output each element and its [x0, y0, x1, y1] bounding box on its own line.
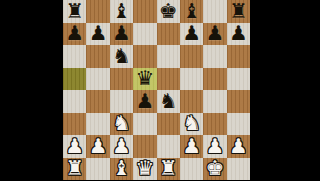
square-c1[interactable]: ♝ [110, 158, 133, 181]
square-b8[interactable] [86, 0, 109, 23]
piece-black-pawn: ♟ [206, 24, 225, 44]
square-e6[interactable] [157, 45, 180, 68]
piece-black-pawn: ♟ [182, 24, 201, 44]
square-g2[interactable]: ♟ [203, 135, 226, 158]
square-d7[interactable] [133, 23, 156, 46]
piece-black-rook: ♜ [65, 1, 84, 21]
square-f7[interactable]: ♟ [180, 23, 203, 46]
square-c7[interactable]: ♟ [110, 23, 133, 46]
square-b4[interactable] [86, 90, 109, 113]
square-c3[interactable]: ♞ [110, 113, 133, 136]
square-h5[interactable] [227, 68, 250, 91]
square-a2[interactable]: ♟ [63, 135, 86, 158]
square-b5[interactable] [86, 68, 109, 91]
piece-white-bishop: ♝ [112, 159, 131, 179]
square-d5[interactable]: ♛ [133, 68, 156, 91]
square-b1[interactable] [86, 158, 109, 181]
piece-white-pawn: ♟ [89, 136, 108, 156]
right-letterbox [250, 0, 320, 180]
square-g5[interactable] [203, 68, 226, 91]
square-e1[interactable]: ♜ [157, 158, 180, 181]
square-b3[interactable] [86, 113, 109, 136]
square-d2[interactable] [133, 135, 156, 158]
square-b6[interactable] [86, 45, 109, 68]
square-f4[interactable] [180, 90, 203, 113]
square-a1[interactable]: ♜ [63, 158, 86, 181]
square-b2[interactable]: ♟ [86, 135, 109, 158]
square-d4[interactable]: ♟ [133, 90, 156, 113]
square-a4[interactable] [63, 90, 86, 113]
square-c8[interactable]: ♝ [110, 0, 133, 23]
piece-black-king: ♚ [159, 1, 178, 21]
piece-white-pawn: ♟ [206, 136, 225, 156]
square-a6[interactable] [63, 45, 86, 68]
piece-black-pawn: ♟ [89, 24, 108, 44]
piece-black-pawn: ♟ [112, 24, 131, 44]
video-frame: ♜♝♚♝♜♟♟♟♟♟♟♞♛♟♞♞♞♟♟♟♟♟♟♜♝♛♜♚ [0, 0, 320, 180]
piece-black-pawn: ♟ [65, 24, 84, 44]
square-g4[interactable] [203, 90, 226, 113]
square-h2[interactable]: ♟ [227, 135, 250, 158]
square-e7[interactable] [157, 23, 180, 46]
square-a3[interactable] [63, 113, 86, 136]
piece-white-queen: ♛ [135, 159, 154, 179]
square-g1[interactable]: ♚ [203, 158, 226, 181]
square-c2[interactable]: ♟ [110, 135, 133, 158]
square-g8[interactable] [203, 0, 226, 23]
square-d8[interactable] [133, 0, 156, 23]
piece-black-bishop: ♝ [182, 1, 201, 21]
square-f3[interactable]: ♞ [180, 113, 203, 136]
square-g6[interactable] [203, 45, 226, 68]
square-h6[interactable] [227, 45, 250, 68]
square-e4[interactable]: ♞ [157, 90, 180, 113]
square-h8[interactable]: ♜ [227, 0, 250, 23]
square-a7[interactable]: ♟ [63, 23, 86, 46]
piece-black-bishop: ♝ [112, 1, 131, 21]
piece-white-knight: ♞ [112, 114, 131, 134]
square-c6[interactable]: ♞ [110, 45, 133, 68]
piece-white-pawn: ♟ [182, 136, 201, 156]
piece-white-pawn: ♟ [65, 136, 84, 156]
piece-white-knight: ♞ [182, 114, 201, 134]
piece-white-rook: ♜ [65, 159, 84, 179]
square-e5[interactable] [157, 68, 180, 91]
piece-black-rook: ♜ [229, 1, 248, 21]
square-g7[interactable]: ♟ [203, 23, 226, 46]
piece-white-pawn: ♟ [229, 136, 248, 156]
square-d6[interactable] [133, 45, 156, 68]
square-f5[interactable] [180, 68, 203, 91]
piece-white-king: ♚ [206, 159, 225, 179]
square-d1[interactable]: ♛ [133, 158, 156, 181]
square-f2[interactable]: ♟ [180, 135, 203, 158]
square-b7[interactable]: ♟ [86, 23, 109, 46]
square-h1[interactable] [227, 158, 250, 181]
square-f8[interactable]: ♝ [180, 0, 203, 23]
square-e2[interactable] [157, 135, 180, 158]
square-h7[interactable]: ♟ [227, 23, 250, 46]
left-letterbox [0, 0, 63, 180]
piece-black-queen: ♛ [135, 69, 154, 89]
square-f6[interactable] [180, 45, 203, 68]
square-c4[interactable] [110, 90, 133, 113]
piece-black-pawn: ♟ [229, 24, 248, 44]
square-e3[interactable] [157, 113, 180, 136]
square-c5[interactable] [110, 68, 133, 91]
piece-black-knight: ♞ [159, 91, 178, 111]
square-a5[interactable] [63, 68, 86, 91]
square-e8[interactable]: ♚ [157, 0, 180, 23]
piece-white-pawn: ♟ [112, 136, 131, 156]
piece-black-knight: ♞ [112, 46, 131, 66]
piece-black-pawn: ♟ [135, 91, 154, 111]
square-g3[interactable] [203, 113, 226, 136]
square-a8[interactable]: ♜ [63, 0, 86, 23]
square-h4[interactable] [227, 90, 250, 113]
piece-white-rook: ♜ [159, 159, 178, 179]
chess-board[interactable]: ♜♝♚♝♜♟♟♟♟♟♟♞♛♟♞♞♞♟♟♟♟♟♟♜♝♛♜♚ [63, 0, 250, 180]
square-h3[interactable] [227, 113, 250, 136]
square-f1[interactable] [180, 158, 203, 181]
square-d3[interactable] [133, 113, 156, 136]
